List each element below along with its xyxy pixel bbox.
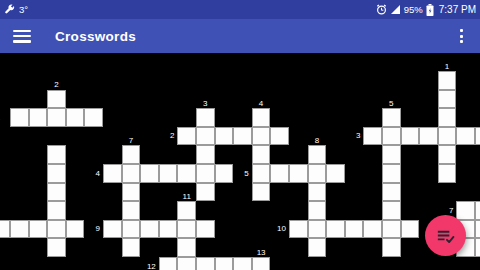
crossword-cell[interactable] [252,145,271,164]
crossword-cell[interactable] [363,220,382,239]
crossword-cell[interactable] [215,257,234,270]
battery-charging-icon [426,4,434,16]
crossword-cell[interactable] [140,164,159,183]
crossword-cell[interactable] [382,238,401,257]
crossword-cell[interactable] [363,127,382,146]
crossword-cell[interactable] [66,220,85,239]
status-time: 7:37 PM [439,4,476,15]
crossword-cell[interactable] [438,108,457,127]
crossword-cell[interactable] [47,164,66,183]
crossword-cell[interactable] [308,238,327,257]
clue-number: 4 [252,99,271,108]
app-bar: Crosswords [0,19,480,53]
crossword-cell[interactable] [47,220,66,239]
crossword-cell[interactable] [103,220,122,239]
crossword-cell[interactable] [345,220,364,239]
hamburger-menu-icon[interactable] [13,30,31,43]
crossword-cell[interactable] [308,145,327,164]
crossword-cell[interactable] [438,71,457,90]
crossword-cell[interactable] [122,201,141,220]
crossword-cell[interactable] [47,238,66,257]
crossword-cell[interactable] [475,201,480,220]
alarm-clock-icon [376,4,387,15]
crossword-cell[interactable] [196,183,215,202]
clue-number: 10 [273,224,286,233]
crossword-cell[interactable] [475,127,480,146]
crossword-cell[interactable] [196,108,215,127]
crossword-cell[interactable] [177,201,196,220]
crossword-cell[interactable] [233,257,252,270]
crossword-cell[interactable] [252,108,271,127]
crossword-cell[interactable] [270,164,289,183]
crossword-cell[interactable] [159,257,178,270]
crossword-cell[interactable] [196,220,215,239]
crossword-cell[interactable] [382,220,401,239]
clue-number: 13 [252,248,271,257]
status-temperature: 3° [19,5,28,15]
clue-number: 12 [143,262,156,270]
clue-number: 3 [196,99,215,108]
crossword-cell[interactable] [10,220,29,239]
crossword-cell[interactable] [10,108,29,127]
crossword-cell[interactable] [438,145,457,164]
crossword-board: 1213452378451179101312 [0,53,480,270]
crossword-cell[interactable] [122,238,141,257]
crossword-cell[interactable] [66,108,85,127]
clue-number: 5 [236,169,249,178]
crossword-cell[interactable] [252,183,271,202]
crossword-cell[interactable] [177,257,196,270]
clue-number: 7 [122,136,141,145]
page-title: Crosswords [55,29,136,44]
crossword-cell[interactable] [252,257,271,270]
crossword-cell[interactable] [47,90,66,109]
crossword-cell[interactable] [382,145,401,164]
crossword-cell[interactable] [456,127,475,146]
crossword-cell[interactable] [382,183,401,202]
battery-percent: 95% [404,5,423,15]
crossword-cell[interactable] [122,145,141,164]
crossword-cell[interactable] [84,108,103,127]
crossword-cell[interactable] [438,127,457,146]
crossword-cell[interactable] [29,108,48,127]
crossword-cell[interactable] [382,108,401,127]
crossword-cell[interactable] [177,238,196,257]
crossword-cell[interactable] [103,164,122,183]
crossword-cell[interactable] [382,127,401,146]
clue-number: 5 [382,99,401,108]
crossword-cell[interactable] [29,220,48,239]
cell-signal-icon [390,4,401,15]
crossword-cell[interactable] [252,164,271,183]
crossword-cell[interactable] [326,164,345,183]
crossword-cell[interactable] [382,201,401,220]
crossword-cell[interactable] [47,108,66,127]
crossword-cell[interactable] [177,220,196,239]
crossword-cell[interactable] [438,90,457,109]
crossword-cell[interactable] [159,164,178,183]
crossword-cell[interactable] [401,220,420,239]
crossword-cell[interactable] [140,220,159,239]
clue-number: 4 [87,169,100,178]
crossword-cell[interactable] [47,201,66,220]
crossword-cell[interactable] [419,127,438,146]
crossword-cell[interactable] [456,201,475,220]
crossword-cell[interactable] [475,220,480,239]
crossword-cell[interactable] [308,183,327,202]
crossword-cell[interactable] [196,257,215,270]
crossword-cell[interactable] [438,164,457,183]
crossword-cell[interactable] [308,164,327,183]
clue-number: 7 [440,206,453,215]
status-bar: 3° 95% 7:37 PM [0,0,480,19]
clue-number: 9 [87,224,100,233]
overflow-menu-icon[interactable] [457,26,466,46]
crossword-cell[interactable] [47,145,66,164]
crossword-cell[interactable] [289,164,308,183]
playlist-check-icon [434,224,457,247]
clue-number: 8 [308,136,327,145]
crossword-cell[interactable] [196,127,215,146]
clue-number: 11 [177,192,196,201]
crossword-cell[interactable] [215,164,234,183]
crossword-cell[interactable] [382,164,401,183]
clue-number: 2 [47,80,66,89]
crossword-cell[interactable] [308,220,327,239]
clue-number: 3 [347,131,360,140]
clue-number: 1 [438,62,457,71]
crossword-cell[interactable] [270,127,289,146]
crossword-cell[interactable] [401,127,420,146]
crossword-cell[interactable] [196,164,215,183]
crossword-cell[interactable] [122,164,141,183]
crossword-cell[interactable] [122,183,141,202]
crossword-cell[interactable] [47,183,66,202]
crossword-cell[interactable] [289,220,308,239]
crossword-cell[interactable] [159,220,178,239]
crossword-cell[interactable] [326,220,345,239]
wrench-icon [4,4,15,15]
crossword-cell[interactable] [177,164,196,183]
crossword-cell[interactable] [215,127,234,146]
check-answers-fab[interactable] [425,215,466,256]
crossword-cell[interactable] [233,127,252,146]
crossword-cell[interactable] [475,238,480,257]
clue-number: 2 [161,131,174,140]
crossword-cell[interactable] [308,201,327,220]
crossword-cell[interactable] [196,145,215,164]
crossword-cell[interactable] [0,220,10,239]
crossword-cell[interactable] [122,220,141,239]
crossword-cell[interactable] [177,127,196,146]
crossword-cell[interactable] [252,127,271,146]
